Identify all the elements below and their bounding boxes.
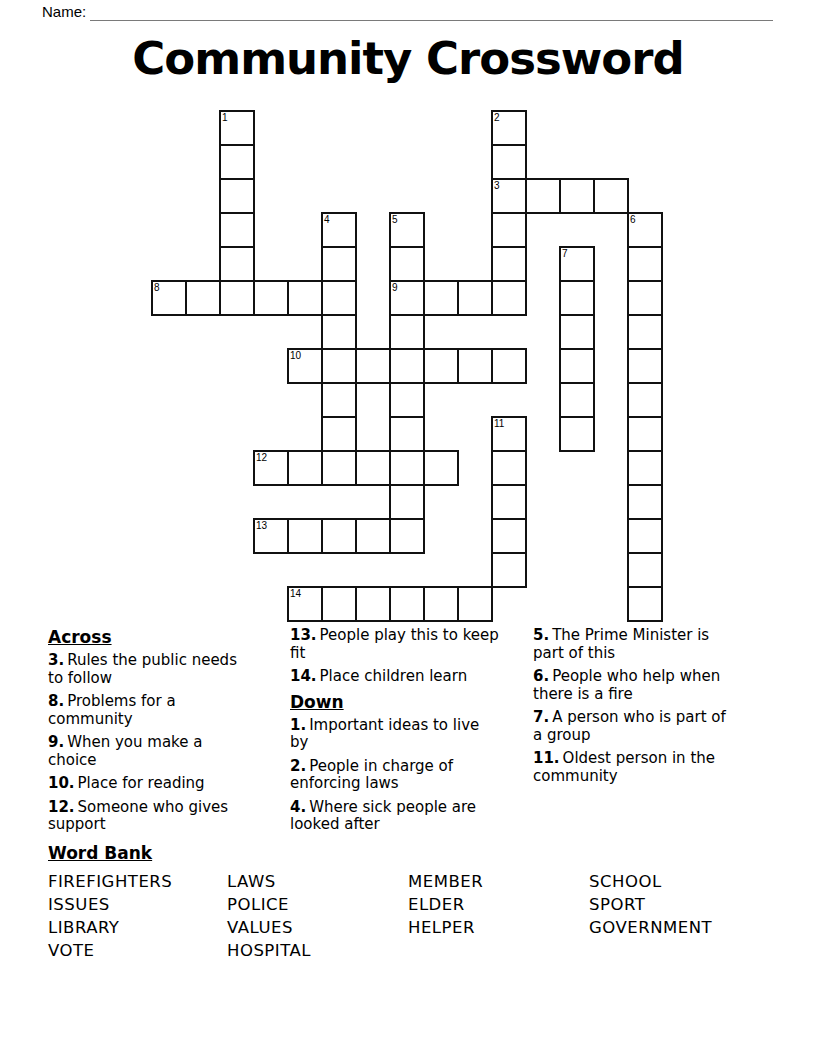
- grid-cell[interactable]: [491, 552, 527, 588]
- grid-cell[interactable]: [287, 450, 323, 486]
- grid-cell[interactable]: [321, 348, 357, 384]
- grid-cell[interactable]: [457, 586, 493, 622]
- clue-item: 4.Where sick people are looked after: [290, 799, 528, 834]
- grid-cell[interactable]: [627, 450, 663, 486]
- clue-item: 1.Important ideas to live by: [290, 717, 528, 752]
- grid-cell[interactable]: 9: [389, 280, 425, 316]
- grid-cell[interactable]: [321, 382, 357, 418]
- grid-cell[interactable]: [355, 450, 391, 486]
- clue-text: The Prime Minister is part of this: [533, 626, 709, 662]
- worksheet-page: Name: Community Crossword 12345678910111…: [0, 0, 816, 1056]
- grid-cell[interactable]: 12: [253, 450, 289, 486]
- clue-text: Someone who gives support: [48, 798, 228, 834]
- grid-cell[interactable]: [321, 314, 357, 350]
- clue-item: 3.Rules the public needs to follow: [48, 652, 276, 687]
- clue-number: 2.: [290, 757, 306, 775]
- grid-cell[interactable]: [321, 246, 357, 282]
- grid-cell[interactable]: 14: [287, 586, 323, 622]
- grid-cell[interactable]: [491, 450, 527, 486]
- word-bank-word: POLICE: [227, 893, 408, 916]
- clue-number: 10.: [48, 774, 75, 792]
- grid-cell[interactable]: [355, 518, 391, 554]
- clue-column: 5.The Prime Minister is part of this6.Pe…: [533, 627, 771, 791]
- clue-text: Place children learn: [320, 667, 468, 685]
- clue-text: People who help when there is a fire: [533, 667, 720, 703]
- clue-text: People in charge of enforcing laws: [290, 757, 453, 793]
- grid-cell[interactable]: [627, 280, 663, 316]
- cell-number: 10: [290, 350, 301, 361]
- grid-cell[interactable]: [423, 450, 459, 486]
- clue-number: 13.: [290, 626, 317, 644]
- grid-cell[interactable]: [525, 178, 561, 214]
- grid-cell[interactable]: [219, 144, 255, 180]
- grid-cell[interactable]: [491, 246, 527, 282]
- name-row: Name:: [42, 3, 773, 21]
- grid-cell[interactable]: [389, 416, 425, 452]
- grid-cell[interactable]: [627, 586, 663, 622]
- grid-cell[interactable]: [423, 586, 459, 622]
- clue-number: 5.: [533, 626, 549, 644]
- grid-cell[interactable]: [219, 280, 255, 316]
- grid-cell[interactable]: [627, 246, 663, 282]
- grid-cell[interactable]: 13: [253, 518, 289, 554]
- across-header: Across: [48, 627, 276, 647]
- grid-cell[interactable]: [627, 518, 663, 554]
- grid-cell[interactable]: [389, 450, 425, 486]
- page-title: Community Crossword: [0, 32, 816, 85]
- word-bank-word: FIREFIGHTERS: [48, 870, 227, 893]
- grid-cell[interactable]: [491, 518, 527, 554]
- grid-cell[interactable]: 7: [559, 246, 595, 282]
- grid-cell[interactable]: [389, 246, 425, 282]
- grid-cell[interactable]: [559, 314, 595, 350]
- clue-text: Problems for a community: [48, 692, 176, 728]
- grid-cell[interactable]: [389, 348, 425, 384]
- grid-cell[interactable]: [491, 212, 527, 248]
- grid-cell[interactable]: [627, 552, 663, 588]
- cell-number: 7: [562, 248, 568, 259]
- grid-cell[interactable]: [321, 450, 357, 486]
- clue-item: 11.Oldest person in the community: [533, 750, 771, 785]
- clue-item: 5.The Prime Minister is part of this: [533, 627, 771, 662]
- clue-number: 7.: [533, 708, 549, 726]
- name-input-line[interactable]: [90, 4, 773, 21]
- grid-cell[interactable]: [627, 314, 663, 350]
- grid-cell[interactable]: [559, 382, 595, 418]
- grid-cell[interactable]: [219, 178, 255, 214]
- grid-cell[interactable]: [627, 348, 663, 384]
- grid-cell[interactable]: [457, 280, 493, 316]
- clue-number: 9.: [48, 733, 64, 751]
- clue-text: Where sick people are looked after: [290, 798, 476, 834]
- word-bank-word: MEMBER: [408, 870, 589, 893]
- grid-cell[interactable]: 4: [321, 212, 357, 248]
- grid-cell[interactable]: 5: [389, 212, 425, 248]
- word-bank-column: FIREFIGHTERSISSUESLIBRARYVOTE: [48, 870, 227, 962]
- clue-number: 6.: [533, 667, 549, 685]
- grid-cell[interactable]: [559, 348, 595, 384]
- grid-cell[interactable]: [491, 484, 527, 520]
- word-bank-list: FIREFIGHTERSISSUESLIBRARYVOTELAWSPOLICEV…: [48, 870, 778, 962]
- word-bank-section: Word Bank FIREFIGHTERSISSUESLIBRARYVOTEL…: [48, 843, 778, 962]
- word-bank-word: SPORT: [589, 893, 778, 916]
- grid-cell[interactable]: [389, 314, 425, 350]
- name-label: Name:: [42, 3, 86, 21]
- grid-cell[interactable]: [491, 348, 527, 384]
- clue-number: 3.: [48, 651, 64, 669]
- grid-cell[interactable]: [389, 586, 425, 622]
- word-bank-word: LIBRARY: [48, 916, 227, 939]
- word-bank-word: VOTE: [48, 939, 227, 962]
- cell-number: 5: [392, 214, 398, 225]
- grid-cell[interactable]: [559, 416, 595, 452]
- grid-cell[interactable]: [219, 246, 255, 282]
- cell-number: 3: [494, 180, 500, 191]
- word-bank-column: LAWSPOLICEVALUESHOSPITAL: [227, 870, 408, 962]
- word-bank-word: HOSPITAL: [227, 939, 408, 962]
- clue-item: 13.People play this to keep fit: [290, 627, 528, 662]
- grid-cell[interactable]: 1: [219, 110, 255, 146]
- grid-cell[interactable]: [627, 484, 663, 520]
- grid-cell[interactable]: [627, 382, 663, 418]
- grid-cell[interactable]: [457, 348, 493, 384]
- clue-text: A person who is part of a group: [533, 708, 726, 744]
- grid-cell[interactable]: 6: [627, 212, 663, 248]
- clue-text: People play this to keep fit: [290, 626, 499, 662]
- clue-number: 11.: [533, 749, 560, 767]
- word-bank-column: MEMBERELDERHELPER: [408, 870, 589, 962]
- grid-cell[interactable]: [321, 518, 357, 554]
- grid-cell[interactable]: [491, 144, 527, 180]
- clue-text: Rules the public needs to follow: [48, 651, 237, 687]
- clue-item: 10.Place for reading: [48, 775, 276, 793]
- cell-number: 9: [392, 282, 398, 293]
- grid-cell[interactable]: [423, 348, 459, 384]
- clue-text: Important ideas to live by: [290, 716, 479, 752]
- down-header: Down: [290, 692, 528, 712]
- grid-cell[interactable]: 8: [151, 280, 187, 316]
- clue-item: 8.Problems for a community: [48, 693, 276, 728]
- clue-text: When you make a choice: [48, 733, 202, 769]
- grid-cell[interactable]: [389, 518, 425, 554]
- clue-number: 4.: [290, 798, 306, 816]
- clue-text: Place for reading: [78, 774, 205, 792]
- grid-cell[interactable]: [219, 212, 255, 248]
- cell-number: 14: [290, 588, 301, 599]
- grid-cell[interactable]: [287, 280, 323, 316]
- word-bank-word: HELPER: [408, 916, 589, 939]
- cell-number: 12: [256, 452, 267, 463]
- word-bank-word: LAWS: [227, 870, 408, 893]
- clue-item: 6.People who help when there is a fire: [533, 668, 771, 703]
- grid-cell[interactable]: [627, 416, 663, 452]
- grid-cell[interactable]: [287, 518, 323, 554]
- clue-column: 13.People play this to keep fit14.Place …: [290, 627, 528, 840]
- grid-cell[interactable]: [389, 484, 425, 520]
- clue-column: Across3.Rules the public needs to follow…: [48, 627, 276, 840]
- grid-cell[interactable]: [389, 382, 425, 418]
- word-bank-word: VALUES: [227, 916, 408, 939]
- word-bank-column: SCHOOLSPORTGOVERNMENT: [589, 870, 778, 962]
- cell-number: 13: [256, 520, 267, 531]
- clue-item: 14.Place children learn: [290, 668, 528, 686]
- crossword-grid: 1234567891011121314: [152, 111, 662, 621]
- cell-number: 8: [154, 282, 160, 293]
- grid-cell[interactable]: [593, 178, 629, 214]
- clue-number: 12.: [48, 798, 75, 816]
- grid-cell[interactable]: 3: [491, 178, 527, 214]
- clue-number: 8.: [48, 692, 64, 710]
- cell-number: 6: [630, 214, 636, 225]
- word-bank-word: ISSUES: [48, 893, 227, 916]
- grid-cell[interactable]: 11: [491, 416, 527, 452]
- grid-cell[interactable]: [423, 280, 459, 316]
- cell-number: 1: [222, 112, 228, 123]
- grid-cell[interactable]: 10: [287, 348, 323, 384]
- cell-number: 4: [324, 214, 330, 225]
- clue-item: 2.People in charge of enforcing laws: [290, 758, 528, 793]
- grid-cell[interactable]: [491, 280, 527, 316]
- grid-cell[interactable]: [253, 280, 289, 316]
- grid-cell[interactable]: [559, 280, 595, 316]
- grid-cell[interactable]: [559, 178, 595, 214]
- word-bank-title: Word Bank: [48, 843, 778, 863]
- word-bank-word: SCHOOL: [589, 870, 778, 893]
- clue-item: 12.Someone who gives support: [48, 799, 276, 834]
- clue-number: 1.: [290, 716, 306, 734]
- clue-number: 14.: [290, 667, 317, 685]
- grid-cell[interactable]: [355, 348, 391, 384]
- clue-item: 7.A person who is part of a group: [533, 709, 771, 744]
- grid-cell[interactable]: [185, 280, 221, 316]
- word-bank-word: ELDER: [408, 893, 589, 916]
- grid-cell[interactable]: [321, 586, 357, 622]
- clue-item: 9.When you make a choice: [48, 734, 276, 769]
- clue-text: Oldest person in the community: [533, 749, 715, 785]
- grid-cell[interactable]: [355, 586, 391, 622]
- grid-cell[interactable]: 2: [491, 110, 527, 146]
- cell-number: 11: [494, 418, 504, 429]
- word-bank-word: GOVERNMENT: [589, 916, 778, 939]
- grid-cell[interactable]: [321, 280, 357, 316]
- grid-cell[interactable]: [321, 416, 357, 452]
- cell-number: 2: [494, 112, 500, 123]
